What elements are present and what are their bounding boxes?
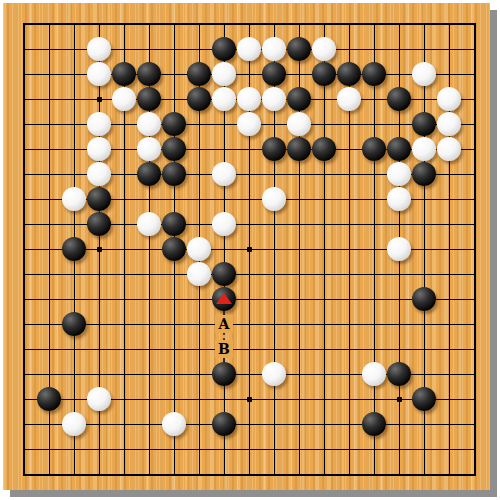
star-point: [97, 97, 102, 102]
white-stone: [362, 362, 386, 386]
go-board[interactable]: AB: [3, 3, 490, 490]
white-stone: [262, 37, 286, 61]
white-stone: [87, 387, 111, 411]
white-stone: [237, 37, 261, 61]
white-stone: [412, 62, 436, 86]
white-stone: [387, 162, 411, 186]
white-stone: [212, 162, 236, 186]
black-stone: [62, 312, 86, 336]
black-stone: [137, 87, 161, 111]
star-point: [247, 247, 252, 252]
white-stone: [137, 112, 161, 136]
page: AB: [0, 0, 500, 500]
black-stone: [262, 137, 286, 161]
white-stone: [262, 87, 286, 111]
white-stone: [187, 262, 211, 286]
black-stone: [187, 62, 211, 86]
black-stone: [287, 137, 311, 161]
black-stone: [87, 212, 111, 236]
white-stone: [87, 62, 111, 86]
white-stone: [237, 112, 261, 136]
star-point: [397, 397, 402, 402]
white-stone: [262, 187, 286, 211]
white-stone: [262, 362, 286, 386]
white-stone: [287, 112, 311, 136]
black-stone: [362, 137, 386, 161]
black-stone: [212, 287, 236, 311]
black-stone: [387, 87, 411, 111]
black-stone: [362, 62, 386, 86]
black-stone: [262, 62, 286, 86]
black-stone: [412, 287, 436, 311]
black-stone: [137, 62, 161, 86]
white-stone: [237, 87, 261, 111]
star-point: [97, 247, 102, 252]
point-label-b[interactable]: B: [215, 340, 233, 358]
black-stone: [162, 162, 186, 186]
white-stone: [87, 162, 111, 186]
black-stone: [212, 262, 236, 286]
white-stone: [162, 412, 186, 436]
white-stone: [87, 137, 111, 161]
black-stone: [62, 237, 86, 261]
white-stone: [387, 187, 411, 211]
black-stone: [387, 137, 411, 161]
white-stone: [137, 137, 161, 161]
white-stone: [337, 87, 361, 111]
black-stone: [312, 137, 336, 161]
star-point: [247, 397, 252, 402]
white-stone: [62, 412, 86, 436]
white-stone: [87, 37, 111, 61]
black-stone: [162, 237, 186, 261]
black-stone: [387, 362, 411, 386]
white-stone: [137, 212, 161, 236]
white-stone: [437, 137, 461, 161]
black-stone: [287, 37, 311, 61]
white-stone: [212, 62, 236, 86]
black-stone: [287, 87, 311, 111]
last-move-triangle-marker: [216, 293, 232, 304]
black-stone: [412, 387, 436, 411]
white-stone: [437, 87, 461, 111]
black-stone: [87, 187, 111, 211]
white-stone: [112, 87, 136, 111]
white-stone: [87, 112, 111, 136]
black-stone: [187, 87, 211, 111]
black-stone: [162, 137, 186, 161]
white-stone: [312, 37, 336, 61]
black-stone: [212, 37, 236, 61]
black-stone: [362, 412, 386, 436]
black-stone: [112, 62, 136, 86]
black-stone: [412, 112, 436, 136]
black-stone: [212, 362, 236, 386]
white-stone: [187, 237, 211, 261]
white-stone: [437, 112, 461, 136]
white-stone: [62, 187, 86, 211]
black-stone: [212, 412, 236, 436]
point-label-a[interactable]: A: [215, 315, 233, 333]
white-stone: [212, 212, 236, 236]
black-stone: [312, 62, 336, 86]
white-stone: [212, 87, 236, 111]
black-stone: [337, 62, 361, 86]
black-stone: [162, 112, 186, 136]
black-stone: [137, 162, 161, 186]
white-stone: [412, 137, 436, 161]
black-stone: [412, 162, 436, 186]
white-stone: [387, 237, 411, 261]
black-stone: [162, 212, 186, 236]
black-stone: [37, 387, 61, 411]
